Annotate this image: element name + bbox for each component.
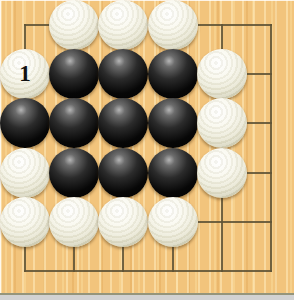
- white-stone[interactable]: ○: [49, 0, 99, 50]
- intersection[interactable]: [246, 246, 294, 293]
- black-stone-glyph: ●: [49, 98, 99, 148]
- white-stone-glyph: ○: [197, 49, 247, 99]
- intersection[interactable]: [246, 197, 294, 246]
- black-stone[interactable]: ●: [49, 49, 99, 99]
- move-number-label: 1: [19, 61, 31, 87]
- intersection[interactable]: [197, 197, 246, 246]
- white-stone[interactable]: ○: [197, 98, 247, 148]
- white-stone-glyph: ○: [148, 0, 198, 50]
- intersection[interactable]: [197, 0, 246, 49]
- intersection[interactable]: [148, 246, 197, 293]
- intersection[interactable]: ○: [99, 197, 148, 246]
- intersection[interactable]: [246, 148, 294, 197]
- intersection[interactable]: ○1: [0, 50, 49, 99]
- white-stone-glyph: ○: [98, 197, 148, 247]
- intersection[interactable]: ○: [197, 99, 246, 148]
- white-stone-glyph: ○: [49, 197, 99, 247]
- white-stone-glyph: ○: [49, 0, 99, 50]
- intersection[interactable]: ○: [148, 197, 197, 246]
- intersection[interactable]: ●: [0, 99, 49, 148]
- intersection[interactable]: ○: [148, 0, 197, 49]
- board-grid: ○○○○1●●●○●●●●○○●●●○○○○○: [0, 0, 294, 293]
- intersection[interactable]: [246, 99, 294, 148]
- black-stone-glyph: ●: [148, 49, 198, 99]
- intersection[interactable]: ●: [50, 50, 99, 99]
- white-stone-glyph: ○: [197, 98, 247, 148]
- intersection[interactable]: [0, 246, 49, 293]
- white-stone[interactable]: ○: [49, 197, 99, 247]
- black-stone-glyph: ●: [49, 148, 99, 198]
- intersection[interactable]: [246, 0, 294, 49]
- intersection[interactable]: ●: [50, 99, 99, 148]
- white-stone-glyph: ○: [197, 148, 247, 198]
- page-background-strip: [0, 295, 294, 300]
- intersection[interactable]: ●: [99, 148, 148, 197]
- intersection[interactable]: ○: [0, 197, 49, 246]
- intersection[interactable]: ●: [148, 148, 197, 197]
- intersection[interactable]: [50, 246, 99, 293]
- white-stone[interactable]: ○: [148, 197, 198, 247]
- intersection[interactable]: [99, 246, 148, 293]
- intersection[interactable]: [0, 0, 49, 49]
- intersection[interactable]: ○: [50, 197, 99, 246]
- white-stone-glyph: ○: [148, 197, 198, 247]
- white-stone[interactable]: ○: [0, 197, 50, 247]
- intersection[interactable]: ●: [50, 148, 99, 197]
- white-stone[interactable]: ○: [197, 148, 247, 198]
- intersection[interactable]: ●: [99, 50, 148, 99]
- black-stone[interactable]: ●: [148, 148, 198, 198]
- black-stone[interactable]: ●: [49, 148, 99, 198]
- intersection[interactable]: ●: [148, 99, 197, 148]
- white-stone[interactable]: ○: [148, 0, 198, 50]
- intersection[interactable]: ●: [99, 99, 148, 148]
- black-stone-glyph: ●: [0, 98, 50, 148]
- black-stone[interactable]: ●: [98, 148, 148, 198]
- black-stone[interactable]: ●: [0, 98, 50, 148]
- black-stone-glyph: ●: [49, 49, 99, 99]
- white-stone[interactable]: ○: [0, 148, 50, 198]
- black-stone-glyph: ●: [148, 98, 198, 148]
- intersection[interactable]: [197, 246, 246, 293]
- black-stone-glyph: ●: [98, 148, 148, 198]
- intersection[interactable]: ○: [50, 0, 99, 49]
- screenshot-root: ○○○○1●●●○●●●●○○●●●○○○○○: [0, 0, 294, 300]
- white-stone[interactable]: ○: [197, 49, 247, 99]
- black-stone[interactable]: ●: [98, 98, 148, 148]
- white-stone[interactable]: ○: [98, 0, 148, 50]
- intersection[interactable]: ○: [0, 148, 49, 197]
- white-stone-glyph: ○: [0, 197, 50, 247]
- intersection[interactable]: ●: [148, 50, 197, 99]
- black-stone[interactable]: ●: [49, 98, 99, 148]
- black-stone-glyph: ●: [148, 148, 198, 198]
- black-stone-glyph: ●: [98, 98, 148, 148]
- black-stone[interactable]: ●: [148, 98, 198, 148]
- black-stone[interactable]: ●: [98, 49, 148, 99]
- intersection[interactable]: ○: [99, 0, 148, 49]
- white-stone[interactable]: ○1: [0, 49, 50, 99]
- white-stone-glyph: ○: [0, 148, 50, 198]
- intersection[interactable]: [246, 50, 294, 99]
- white-stone[interactable]: ○: [98, 197, 148, 247]
- go-board[interactable]: ○○○○1●●●○●●●●○○●●●○○○○○: [0, 0, 294, 293]
- black-stone-glyph: ●: [98, 49, 148, 99]
- black-stone[interactable]: ●: [148, 49, 198, 99]
- intersection[interactable]: ○: [197, 50, 246, 99]
- white-stone-glyph: ○: [98, 0, 148, 50]
- intersection[interactable]: ○: [197, 148, 246, 197]
